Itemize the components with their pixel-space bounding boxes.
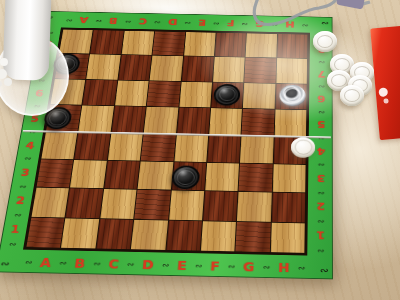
photo-scene: ∾A∾B∾C∾D∾E∾F∾G∾H∾ ∾A∾B∾C∾D∾E∾F∾G∾H∾ ∾8∾7… [0,0,400,300]
violet-object [336,0,365,10]
square-h1[interactable] [270,222,304,252]
curl-ornament: ∾ [154,18,161,25]
file-labels-top-d: D [167,18,177,27]
square-a1[interactable] [26,217,64,247]
curl-ornament: ∾ [227,261,235,270]
square-e4[interactable] [174,134,208,162]
square-g5[interactable] [242,109,275,136]
rank-labels-left-3: 3 [20,167,30,178]
curl-ornament: ∾ [318,83,325,90]
square-f2[interactable] [203,191,238,220]
curl-ornament: ∾ [93,259,102,268]
square-h3[interactable] [272,164,305,192]
file-labels-top-a: A [79,16,89,25]
file-labels-bottom-g: G [243,260,255,273]
square-h7[interactable] [276,58,307,83]
square-c5[interactable] [111,106,146,133]
rank-labels-left-1: 1 [10,224,21,235]
square-d5[interactable] [144,107,178,134]
file-labels-bottom-b: B [74,256,86,269]
square-d8[interactable] [152,31,184,55]
square-d2[interactable] [134,190,170,219]
square-g2[interactable] [237,192,271,221]
square-e6[interactable] [179,82,212,108]
file-labels-bottom-h: H [278,261,290,274]
curl-ornament: ∾ [95,17,102,24]
square-a3[interactable] [37,159,74,187]
file-labels-top-g: G [255,19,265,28]
square-d6[interactable] [147,81,180,107]
plaster-drips [0,58,8,66]
square-g3[interactable] [239,163,273,191]
white-cap-piece-1[interactable] [313,31,337,52]
square-a2[interactable] [32,188,70,217]
curl-ornament: ∾ [262,262,270,271]
square-e7[interactable] [181,56,213,81]
square-h2[interactable] [271,193,305,222]
square-f4[interactable] [207,135,241,163]
rank-labels-right-7: 7 [317,69,325,78]
piece-silver-h6[interactable] [279,84,306,106]
curl-ornament: ∾ [271,21,278,28]
file-labels-top-h: H [285,20,295,29]
square-c6[interactable] [115,80,149,106]
curl-ornament: ∾ [24,257,33,266]
square-d3[interactable] [138,161,173,189]
curl-ornament: ∾ [19,182,28,190]
square-b5[interactable] [79,106,114,133]
square-g8[interactable] [246,33,277,57]
file-labels-bottom-c: C [108,257,120,270]
file-labels-bottom-a: A [39,256,52,269]
square-e5[interactable] [176,108,210,135]
corner-ornament: ∾ [0,258,11,270]
file-labels-bottom-f: F [210,259,220,272]
rank-labels-right-2: 2 [316,201,325,212]
square-a4[interactable] [41,132,77,160]
square-c1[interactable] [96,219,133,249]
square-b7[interactable] [87,55,121,80]
square-h5[interactable] [274,110,306,137]
rank-labels-right-4: 4 [317,146,325,156]
square-a8[interactable] [59,30,93,54]
square-e2[interactable] [169,191,204,220]
curl-ornament: ∾ [318,58,325,65]
square-b2[interactable] [66,189,103,218]
rank-labels-right-1: 1 [316,230,325,241]
corner-ornament: ∾ [321,19,329,28]
curl-ornament: ∾ [317,188,324,196]
file-labels-top-f: F [226,19,234,28]
square-d7[interactable] [150,56,183,81]
red-box-white-marks [378,87,388,97]
file-labels-top-b: B [109,16,119,25]
rank-labels-right-3: 3 [317,173,326,184]
curl-ornament: ∾ [317,217,324,226]
curl-ornament: ∾ [184,19,191,26]
curl-ornament: ∾ [241,20,248,27]
curl-ornament: ∾ [161,260,169,269]
white-cap-piece-6[interactable] [340,85,364,106]
curl-ornament: ∾ [124,18,131,25]
square-h8[interactable] [277,34,308,58]
curl-ornament: ∾ [298,263,306,272]
square-c2[interactable] [100,189,136,218]
curl-ornament: ∾ [317,246,324,255]
curl-ornament: ∾ [194,261,202,270]
square-f7[interactable] [213,57,245,82]
square-f5[interactable] [209,108,242,135]
file-labels-top-e: E [198,18,206,27]
curl-ornament: ∾ [65,16,73,23]
square-e1[interactable] [166,220,202,250]
white-plaster-column [2,0,51,81]
file-labels-bottom-e: E [177,259,188,272]
square-g1[interactable] [236,222,271,252]
square-c3[interactable] [104,161,140,189]
square-b6[interactable] [83,80,117,106]
rank-labels-left-4: 4 [25,140,35,150]
curl-ornament: ∾ [58,258,67,267]
curl-ornament: ∾ [302,21,309,28]
square-g4[interactable] [240,136,273,164]
file-labels-bottom-d: D [142,258,155,271]
square-c7[interactable] [118,55,151,80]
square-c4[interactable] [108,133,143,161]
piece-white-h4[interactable] [291,137,315,158]
rank-labels-right-5: 5 [317,120,325,130]
file-labels-top-c: C [138,17,147,26]
square-d4[interactable] [141,134,176,162]
square-f3[interactable] [205,163,239,191]
square-g6[interactable] [243,83,275,109]
curl-ornament: ∾ [318,108,325,116]
grey-cable-end [337,0,370,5]
square-b4[interactable] [75,132,111,160]
file-labels-bottom: ∾A∾B∾C∾D∾E∾F∾G∾H∾ [19,251,309,278]
curl-ornament: ∾ [8,240,17,249]
rank-labels-left-2: 2 [15,195,26,206]
curl-ornament: ∾ [24,154,32,162]
square-c8[interactable] [121,31,154,55]
red-box [370,26,400,140]
square-b8[interactable] [90,30,123,54]
curl-ornament: ∾ [317,161,324,169]
square-g7[interactable] [244,58,276,83]
corner-ornament: ∾ [320,265,329,277]
square-f8[interactable] [215,33,246,57]
square-d1[interactable] [131,219,168,249]
square-e8[interactable] [184,32,216,56]
rank-labels-right-6: 6 [317,94,325,104]
square-f1[interactable] [201,221,236,251]
curl-ornament: ∾ [13,210,22,219]
square-b3[interactable] [70,160,106,188]
square-b1[interactable] [61,218,99,248]
curl-ornament: ∾ [213,20,220,27]
curl-ornament: ∾ [126,259,134,268]
